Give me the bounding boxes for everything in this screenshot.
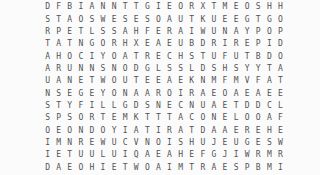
- grid-cell[interactable]: T: [186, 162, 197, 174]
- grid-cell[interactable]: F: [142, 26, 153, 38]
- grid-cell[interactable]: E: [109, 112, 120, 124]
- grid-cell[interactable]: A: [231, 26, 242, 38]
- grid-cell[interactable]: R: [253, 149, 264, 161]
- grid-cell[interactable]: D: [86, 125, 97, 137]
- grid-cell[interactable]: T: [64, 149, 75, 161]
- grid-cell[interactable]: M: [264, 162, 275, 174]
- grid-cell[interactable]: T: [97, 112, 108, 124]
- grid-cell[interactable]: D: [197, 125, 208, 137]
- grid-cell[interactable]: E: [53, 125, 64, 137]
- grid-cell[interactable]: N: [142, 137, 153, 149]
- grid-cell[interactable]: K: [197, 13, 208, 25]
- grid-cell[interactable]: G: [120, 100, 131, 112]
- grid-cell[interactable]: G: [242, 137, 253, 149]
- grid-cell[interactable]: N: [197, 75, 208, 87]
- grid-cell[interactable]: R: [153, 87, 164, 99]
- grid-cell[interactable]: N: [97, 1, 108, 13]
- grid-cell[interactable]: E: [142, 38, 153, 50]
- grid-cell[interactable]: O: [75, 112, 86, 124]
- grid-cell[interactable]: A: [42, 63, 53, 75]
- grid-cell[interactable]: A: [142, 87, 153, 99]
- grid-cell[interactable]: A: [131, 125, 142, 137]
- grid-cell[interactable]: T: [242, 50, 253, 62]
- grid-cell[interactable]: Y: [242, 26, 253, 38]
- grid-cell[interactable]: N: [219, 26, 230, 38]
- grid-cell[interactable]: A: [264, 112, 275, 124]
- grid-cell[interactable]: I: [231, 149, 242, 161]
- grid-cell[interactable]: A: [264, 75, 275, 87]
- grid-cell[interactable]: I: [264, 38, 275, 50]
- grid-cell[interactable]: I: [86, 100, 97, 112]
- grid-cell[interactable]: U: [86, 149, 97, 161]
- grid-cell[interactable]: O: [153, 137, 164, 149]
- grid-cell[interactable]: O: [97, 38, 108, 50]
- grid-cell[interactable]: M: [219, 1, 230, 13]
- grid-cell[interactable]: Y: [109, 125, 120, 137]
- grid-cell[interactable]: A: [253, 87, 264, 99]
- grid-cell[interactable]: U: [109, 149, 120, 161]
- grid-cell[interactable]: A: [275, 63, 286, 75]
- grid-cell[interactable]: E: [53, 149, 64, 161]
- grid-cell[interactable]: R: [242, 125, 253, 137]
- grid-cell[interactable]: T: [142, 125, 153, 137]
- grid-cell[interactable]: S: [86, 13, 97, 25]
- grid-cell[interactable]: E: [275, 87, 286, 99]
- grid-cell[interactable]: L: [109, 100, 120, 112]
- grid-cell[interactable]: O: [175, 1, 186, 13]
- grid-cell[interactable]: E: [86, 137, 97, 149]
- grid-cell[interactable]: E: [109, 13, 120, 25]
- grid-cell[interactable]: P: [253, 38, 264, 50]
- grid-cell[interactable]: A: [175, 125, 186, 137]
- grid-cell[interactable]: A: [53, 38, 64, 50]
- grid-cell[interactable]: N: [75, 38, 86, 50]
- grid-cell[interactable]: S: [253, 1, 264, 13]
- grid-cell[interactable]: O: [97, 125, 108, 137]
- grid-cell[interactable]: V: [131, 137, 142, 149]
- grid-cell[interactable]: W: [97, 137, 108, 149]
- grid-cell[interactable]: A: [197, 87, 208, 99]
- grid-cell[interactable]: A: [53, 162, 64, 174]
- grid-cell[interactable]: T: [86, 75, 97, 87]
- grid-cell[interactable]: I: [175, 87, 186, 99]
- grid-cell[interactable]: S: [97, 26, 108, 38]
- grid-cell[interactable]: A: [120, 50, 131, 62]
- grid-cell[interactable]: D: [253, 100, 264, 112]
- grid-cell[interactable]: O: [142, 162, 153, 174]
- grid-cell[interactable]: S: [120, 13, 131, 25]
- grid-cell[interactable]: E: [153, 75, 164, 87]
- grid-cell[interactable]: O: [153, 13, 164, 25]
- grid-cell[interactable]: S: [175, 137, 186, 149]
- grid-cell[interactable]: K: [186, 75, 197, 87]
- grid-cell[interactable]: O: [197, 112, 208, 124]
- grid-cell[interactable]: D: [275, 38, 286, 50]
- grid-cell[interactable]: U: [208, 26, 219, 38]
- grid-cell[interactable]: L: [231, 112, 242, 124]
- grid-cell[interactable]: V: [242, 75, 253, 87]
- grid-cell[interactable]: E: [153, 26, 164, 38]
- grid-cell[interactable]: O: [120, 63, 131, 75]
- grid-cell[interactable]: D: [42, 1, 53, 13]
- grid-cell[interactable]: A: [175, 26, 186, 38]
- grid-cell[interactable]: R: [75, 137, 86, 149]
- grid-cell[interactable]: E: [164, 100, 175, 112]
- grid-cell[interactable]: L: [97, 149, 108, 161]
- grid-cell[interactable]: S: [64, 112, 75, 124]
- grid-cell[interactable]: T: [264, 63, 275, 75]
- grid-cell[interactable]: S: [109, 26, 120, 38]
- grid-cell[interactable]: A: [86, 1, 97, 13]
- grid-cell[interactable]: O: [219, 87, 230, 99]
- grid-cell[interactable]: H: [53, 50, 64, 62]
- grid-cell[interactable]: E: [231, 1, 242, 13]
- grid-cell[interactable]: D: [42, 162, 53, 174]
- grid-cell[interactable]: R: [231, 38, 242, 50]
- grid-cell[interactable]: S: [53, 87, 64, 99]
- grid-cell[interactable]: A: [120, 26, 131, 38]
- grid-cell[interactable]: N: [86, 63, 97, 75]
- grid-cell[interactable]: C: [264, 100, 275, 112]
- grid-cell[interactable]: R: [164, 26, 175, 38]
- grid-cell[interactable]: E: [242, 38, 253, 50]
- grid-cell[interactable]: O: [275, 50, 286, 62]
- grid-cell[interactable]: I: [120, 149, 131, 161]
- grid-cell[interactable]: F: [197, 149, 208, 161]
- grid-cell[interactable]: J: [208, 137, 219, 149]
- grid-cell[interactable]: O: [164, 87, 175, 99]
- grid-cell[interactable]: E: [64, 26, 75, 38]
- grid-cell[interactable]: E: [186, 149, 197, 161]
- grid-cell[interactable]: I: [219, 38, 230, 50]
- grid-cell[interactable]: B: [64, 1, 75, 13]
- grid-cell[interactable]: T: [131, 1, 142, 13]
- grid-cell[interactable]: I: [42, 137, 53, 149]
- grid-cell[interactable]: A: [53, 75, 64, 87]
- grid-cell[interactable]: T: [164, 112, 175, 124]
- grid-cell[interactable]: B: [253, 50, 264, 62]
- grid-cell[interactable]: Q: [131, 149, 142, 161]
- grid-cell[interactable]: O: [264, 26, 275, 38]
- grid-cell[interactable]: X: [131, 38, 142, 50]
- grid-cell[interactable]: U: [175, 38, 186, 50]
- grid-cell[interactable]: L: [86, 26, 97, 38]
- grid-cell[interactable]: A: [142, 149, 153, 161]
- grid-cell[interactable]: C: [175, 100, 186, 112]
- grid-cell[interactable]: A: [64, 13, 75, 25]
- grid-cell[interactable]: E: [142, 75, 153, 87]
- grid-cell[interactable]: A: [153, 162, 164, 174]
- grid-cell[interactable]: U: [175, 13, 186, 25]
- grid-cell[interactable]: R: [42, 26, 53, 38]
- grid-cell[interactable]: W: [275, 137, 286, 149]
- grid-cell[interactable]: U: [208, 13, 219, 25]
- grid-cell[interactable]: W: [197, 26, 208, 38]
- grid-cell[interactable]: E: [64, 87, 75, 99]
- grid-cell[interactable]: O: [275, 13, 286, 25]
- grid-cell[interactable]: S: [164, 63, 175, 75]
- grid-cell[interactable]: U: [120, 75, 131, 87]
- grid-cell[interactable]: L: [153, 63, 164, 75]
- grid-cell[interactable]: J: [219, 149, 230, 161]
- grid-cell[interactable]: G: [142, 1, 153, 13]
- grid-cell[interactable]: X: [197, 1, 208, 13]
- grid-cell[interactable]: I: [275, 162, 286, 174]
- grid-cell[interactable]: E: [231, 125, 242, 137]
- grid-cell[interactable]: U: [208, 50, 219, 62]
- grid-cell[interactable]: O: [109, 50, 120, 62]
- grid-cell[interactable]: I: [164, 162, 175, 174]
- grid-cell[interactable]: U: [42, 75, 53, 87]
- grid-cell[interactable]: N: [153, 100, 164, 112]
- grid-cell[interactable]: C: [75, 50, 86, 62]
- grid-cell[interactable]: A: [131, 87, 142, 99]
- grid-cell[interactable]: R: [208, 38, 219, 50]
- grid-cell[interactable]: F: [253, 75, 264, 87]
- grid-cell[interactable]: B: [186, 38, 197, 50]
- grid-cell[interactable]: F: [53, 1, 64, 13]
- grid-cell[interactable]: H: [186, 137, 197, 149]
- grid-cell[interactable]: A: [42, 50, 53, 62]
- grid-cell[interactable]: D: [242, 100, 253, 112]
- grid-cell[interactable]: U: [231, 137, 242, 149]
- grid-cell[interactable]: G: [208, 149, 219, 161]
- grid-cell[interactable]: T: [186, 125, 197, 137]
- grid-cell[interactable]: M: [120, 112, 131, 124]
- grid-cell[interactable]: B: [253, 162, 264, 174]
- grid-cell[interactable]: O: [75, 13, 86, 25]
- grid-cell[interactable]: T: [75, 26, 86, 38]
- grid-cell[interactable]: A: [175, 112, 186, 124]
- grid-cell[interactable]: M: [53, 137, 64, 149]
- grid-cell[interactable]: T: [64, 38, 75, 50]
- grid-cell[interactable]: E: [131, 13, 142, 25]
- grid-cell[interactable]: L: [97, 100, 108, 112]
- grid-cell[interactable]: T: [42, 38, 53, 50]
- grid-cell[interactable]: E: [109, 162, 120, 174]
- grid-cell[interactable]: O: [253, 112, 264, 124]
- grid-cell[interactable]: W: [131, 162, 142, 174]
- grid-cell[interactable]: N: [186, 100, 197, 112]
- grid-cell[interactable]: H: [264, 125, 275, 137]
- grid-cell[interactable]: W: [242, 149, 253, 161]
- grid-cell[interactable]: C: [120, 137, 131, 149]
- grid-cell[interactable]: E: [75, 75, 86, 87]
- grid-cell[interactable]: E: [153, 50, 164, 62]
- grid-cell[interactable]: T: [197, 50, 208, 62]
- grid-cell[interactable]: I: [86, 50, 97, 62]
- grid-cell[interactable]: M: [208, 75, 219, 87]
- grid-cell[interactable]: W: [97, 75, 108, 87]
- grid-cell[interactable]: A: [231, 87, 242, 99]
- grid-cell[interactable]: E: [219, 162, 230, 174]
- grid-cell[interactable]: U: [64, 63, 75, 75]
- grid-cell[interactable]: E: [253, 125, 264, 137]
- grid-cell[interactable]: E: [164, 1, 175, 13]
- grid-cell[interactable]: T: [142, 112, 153, 124]
- grid-cell[interactable]: T: [120, 162, 131, 174]
- grid-cell[interactable]: I: [153, 125, 164, 137]
- grid-cell[interactable]: S: [231, 162, 242, 174]
- grid-cell[interactable]: M: [231, 75, 242, 87]
- grid-cell[interactable]: S: [231, 63, 242, 75]
- grid-cell[interactable]: N: [75, 125, 86, 137]
- grid-cell[interactable]: N: [64, 137, 75, 149]
- grid-cell[interactable]: U: [197, 137, 208, 149]
- grid-cell[interactable]: U: [231, 50, 242, 62]
- grid-cell[interactable]: P: [253, 26, 264, 38]
- grid-cell[interactable]: D: [131, 63, 142, 75]
- grid-cell[interactable]: S: [42, 100, 53, 112]
- grid-cell[interactable]: M: [175, 162, 186, 174]
- grid-cell[interactable]: S: [186, 50, 197, 62]
- grid-cell[interactable]: P: [242, 162, 253, 174]
- grid-cell[interactable]: E: [175, 75, 186, 87]
- grid-cell[interactable]: D: [197, 63, 208, 75]
- grid-cell[interactable]: O: [109, 87, 120, 99]
- grid-cell[interactable]: I: [42, 149, 53, 161]
- grid-cell[interactable]: T: [120, 1, 131, 13]
- grid-cell[interactable]: A: [153, 38, 164, 50]
- grid-cell[interactable]: H: [120, 38, 131, 50]
- grid-cell[interactable]: T: [253, 13, 264, 25]
- grid-cell[interactable]: G: [264, 13, 275, 25]
- grid-cell[interactable]: D: [264, 50, 275, 62]
- grid-cell[interactable]: N: [64, 75, 75, 87]
- grid-cell[interactable]: T: [53, 100, 64, 112]
- grid-cell[interactable]: H: [275, 1, 286, 13]
- grid-cell[interactable]: N: [109, 1, 120, 13]
- grid-cell[interactable]: T: [131, 50, 142, 62]
- grid-cell[interactable]: N: [42, 87, 53, 99]
- grid-cell[interactable]: E: [64, 162, 75, 174]
- grid-cell[interactable]: E: [242, 87, 253, 99]
- grid-cell[interactable]: E: [253, 137, 264, 149]
- grid-cell[interactable]: Y: [64, 100, 75, 112]
- grid-cell[interactable]: P: [275, 26, 286, 38]
- grid-cell[interactable]: E: [219, 112, 230, 124]
- grid-cell[interactable]: T: [131, 75, 142, 87]
- grid-cell[interactable]: F: [219, 75, 230, 87]
- grid-cell[interactable]: N: [120, 87, 131, 99]
- grid-cell[interactable]: Y: [97, 87, 108, 99]
- grid-cell[interactable]: F: [75, 100, 86, 112]
- grid-cell[interactable]: I: [164, 137, 175, 149]
- grid-cell[interactable]: G: [242, 13, 253, 25]
- grid-cell[interactable]: E: [164, 38, 175, 50]
- grid-cell[interactable]: E: [219, 100, 230, 112]
- grid-cell[interactable]: U: [75, 149, 86, 161]
- grid-cell[interactable]: H: [175, 50, 186, 62]
- grid-cell[interactable]: T: [153, 112, 164, 124]
- grid-cell[interactable]: R: [186, 87, 197, 99]
- grid-cell[interactable]: I: [153, 1, 164, 13]
- grid-cell[interactable]: T: [53, 13, 64, 25]
- grid-cell[interactable]: R: [86, 112, 97, 124]
- grid-cell[interactable]: A: [208, 162, 219, 174]
- grid-cell[interactable]: H: [219, 63, 230, 75]
- grid-cell[interactable]: P: [53, 26, 64, 38]
- grid-cell[interactable]: D: [131, 100, 142, 112]
- grid-cell[interactable]: A: [208, 125, 219, 137]
- grid-cell[interactable]: R: [197, 162, 208, 174]
- grid-cell[interactable]: S: [175, 63, 186, 75]
- grid-cell[interactable]: K: [131, 112, 142, 124]
- grid-cell[interactable]: N: [208, 112, 219, 124]
- grid-cell[interactable]: A: [164, 75, 175, 87]
- grid-cell[interactable]: N: [75, 63, 86, 75]
- grid-cell[interactable]: C: [164, 50, 175, 62]
- grid-cell[interactable]: D: [197, 38, 208, 50]
- grid-cell[interactable]: E: [231, 13, 242, 25]
- grid-cell[interactable]: G: [75, 87, 86, 99]
- grid-cell[interactable]: O: [242, 1, 253, 13]
- grid-cell[interactable]: E: [275, 125, 286, 137]
- grid-cell[interactable]: O: [64, 50, 75, 62]
- grid-cell[interactable]: I: [186, 26, 197, 38]
- grid-cell[interactable]: A: [164, 13, 175, 25]
- grid-cell[interactable]: F: [219, 50, 230, 62]
- grid-cell[interactable]: A: [208, 100, 219, 112]
- grid-cell[interactable]: S: [264, 137, 275, 149]
- grid-cell[interactable]: S: [208, 63, 219, 75]
- grid-cell[interactable]: S: [42, 112, 53, 124]
- grid-cell[interactable]: U: [109, 137, 120, 149]
- grid-cell[interactable]: E: [219, 137, 230, 149]
- grid-cell[interactable]: I: [97, 162, 108, 174]
- grid-cell[interactable]: O: [42, 125, 53, 137]
- grid-cell[interactable]: L: [275, 100, 286, 112]
- grid-cell[interactable]: F: [275, 112, 286, 124]
- grid-cell[interactable]: T: [208, 1, 219, 13]
- grid-cell[interactable]: O: [64, 125, 75, 137]
- grid-cell[interactable]: O: [75, 162, 86, 174]
- grid-cell[interactable]: L: [186, 63, 197, 75]
- grid-cell[interactable]: Y: [242, 63, 253, 75]
- grid-cell[interactable]: R: [186, 1, 197, 13]
- grid-cell[interactable]: T: [186, 13, 197, 25]
- grid-cell[interactable]: T: [275, 75, 286, 87]
- grid-cell[interactable]: C: [186, 112, 197, 124]
- grid-cell[interactable]: P: [53, 112, 64, 124]
- grid-cell[interactable]: E: [208, 87, 219, 99]
- grid-cell[interactable]: T: [231, 100, 242, 112]
- grid-cell[interactable]: A: [219, 125, 230, 137]
- grid-cell[interactable]: E: [264, 87, 275, 99]
- grid-cell[interactable]: S: [142, 100, 153, 112]
- grid-cell[interactable]: H: [175, 149, 186, 161]
- grid-cell[interactable]: Y: [97, 50, 108, 62]
- grid-cell[interactable]: A: [164, 149, 175, 161]
- grid-cell[interactable]: G: [142, 63, 153, 75]
- grid-cell[interactable]: W: [97, 13, 108, 25]
- grid-cell[interactable]: S: [97, 63, 108, 75]
- grid-cell[interactable]: M: [264, 149, 275, 161]
- grid-cell[interactable]: I: [75, 1, 86, 13]
- grid-cell[interactable]: Y: [253, 63, 264, 75]
- grid-cell[interactable]: R: [164, 125, 175, 137]
- grid-cell[interactable]: R: [275, 149, 286, 161]
- grid-cell[interactable]: S: [142, 13, 153, 25]
- grid-cell[interactable]: I: [120, 125, 131, 137]
- grid-cell[interactable]: R: [109, 38, 120, 50]
- grid-cell[interactable]: E: [86, 87, 97, 99]
- grid-cell[interactable]: G: [86, 38, 97, 50]
- grid-cell[interactable]: H: [264, 1, 275, 13]
- grid-cell[interactable]: U: [197, 100, 208, 112]
- grid-cell[interactable]: E: [153, 149, 164, 161]
- grid-cell[interactable]: O: [109, 75, 120, 87]
